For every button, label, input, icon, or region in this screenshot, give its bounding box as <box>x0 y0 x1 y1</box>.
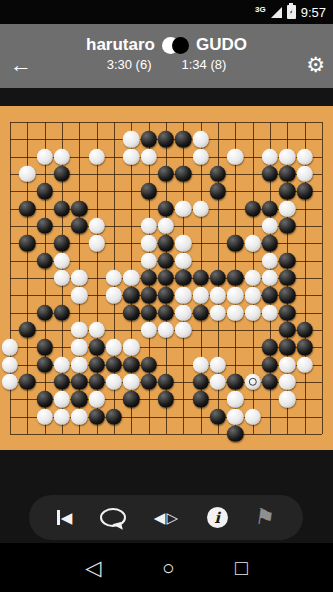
white-stone <box>54 252 70 268</box>
go-app-screen: 3G 9:57 ← harutaro GUDO 3:30 (6) 1:34 (8… <box>0 0 333 592</box>
white-stone <box>71 339 87 355</box>
nav-back-icon[interactable]: ◁ <box>85 557 101 578</box>
white-stone <box>175 252 191 268</box>
black-stone <box>140 287 156 303</box>
match-title: harutaro GUDO <box>0 35 333 55</box>
black-stone <box>36 339 52 355</box>
black-stone <box>279 287 295 303</box>
black-stone <box>262 200 278 216</box>
white-stone-last-move <box>244 374 260 390</box>
white-stone <box>88 235 104 251</box>
white-stone <box>123 374 139 390</box>
white-stone <box>175 304 191 320</box>
white-stone <box>71 322 87 338</box>
black-stone <box>158 200 174 216</box>
black-stone <box>210 408 226 424</box>
black-stone <box>123 304 139 320</box>
black-stone <box>54 166 70 182</box>
black-stone <box>19 200 35 216</box>
black-stone <box>279 322 295 338</box>
white-stone <box>279 391 295 407</box>
white-stone <box>123 148 139 164</box>
resign-flag-button[interactable]: ⚑ <box>255 503 275 533</box>
black-stone <box>296 339 312 355</box>
black-stone <box>36 252 52 268</box>
white-stone <box>296 166 312 182</box>
white-stone <box>54 391 70 407</box>
android-navbar: ◁ ○ □ <box>0 543 333 592</box>
black-stone <box>54 235 70 251</box>
grid-line-h <box>10 434 322 435</box>
toolbar-zone: ◀ ◀▷ i ⚑ <box>0 450 333 543</box>
black-stone <box>158 374 174 390</box>
white-stone <box>279 374 295 390</box>
skip-bar-icon <box>57 510 60 525</box>
stones-colors-icon <box>162 37 189 54</box>
white-stone <box>262 270 278 286</box>
black-stone <box>123 391 139 407</box>
black-stone <box>19 235 35 251</box>
black-stone <box>140 356 156 372</box>
status-bar: 3G 9:57 <box>0 0 333 24</box>
black-stone <box>140 131 156 147</box>
black-stone <box>279 218 295 234</box>
black-stone <box>210 166 226 182</box>
white-stone <box>88 218 104 234</box>
black-stone <box>36 304 52 320</box>
black-stone <box>158 391 174 407</box>
player-name-left: harutaro <box>86 35 155 55</box>
black-stone <box>123 356 139 372</box>
black-stone <box>262 356 278 372</box>
playback-toolbar: ◀ ◀▷ i ⚑ <box>29 495 303 540</box>
white-stone <box>71 287 87 303</box>
black-stone <box>140 270 156 286</box>
black-stone <box>296 322 312 338</box>
white-stone <box>2 374 18 390</box>
white-stone <box>88 391 104 407</box>
black-stone <box>227 270 243 286</box>
move-navigation-button[interactable]: ◀▷ <box>154 503 179 533</box>
white-stone <box>140 218 156 234</box>
white-stone <box>140 322 156 338</box>
black-stone <box>158 235 174 251</box>
chat-bubble-icon <box>100 508 126 527</box>
black-stone <box>36 356 52 372</box>
white-stone <box>210 304 226 320</box>
black-stone <box>158 304 174 320</box>
white-stone <box>192 131 208 147</box>
white-stone <box>2 356 18 372</box>
clock-left: 3:30 (6) <box>107 57 152 72</box>
black-stone <box>36 218 52 234</box>
white-stone <box>54 356 70 372</box>
black-stone <box>279 339 295 355</box>
black-stone <box>140 183 156 199</box>
white-stone <box>227 408 243 424</box>
white-stone <box>2 339 18 355</box>
black-stone <box>106 356 122 372</box>
black-stone <box>244 200 260 216</box>
white-stone <box>210 287 226 303</box>
app-header: ← harutaro GUDO 3:30 (6) 1:34 (8) ⚙ <box>0 24 333 88</box>
black-stone <box>140 374 156 390</box>
white-stone <box>210 374 226 390</box>
black-stone <box>19 374 35 390</box>
white-stone <box>262 304 278 320</box>
network-type-label: 3G <box>255 5 266 14</box>
white-stone <box>88 148 104 164</box>
black-stone <box>88 408 104 424</box>
white-stone <box>262 218 278 234</box>
white-stone <box>227 287 243 303</box>
black-stone <box>192 270 208 286</box>
black-stone <box>106 408 122 424</box>
white-stone <box>175 287 191 303</box>
clocks-row: 3:30 (6) 1:34 (8) <box>0 57 333 72</box>
grid-line-v <box>322 122 323 434</box>
white-stone <box>279 148 295 164</box>
white-stone <box>106 287 122 303</box>
white-stone <box>88 322 104 338</box>
chat-button[interactable] <box>100 503 126 533</box>
black-stone <box>19 322 35 338</box>
black-stone <box>158 252 174 268</box>
skip-to-start-button[interactable]: ◀ <box>57 503 73 533</box>
black-stone <box>36 391 52 407</box>
black-stone <box>279 166 295 182</box>
black-stone <box>227 374 243 390</box>
black-stone <box>71 374 87 390</box>
black-stone <box>54 304 70 320</box>
black-stone <box>175 166 191 182</box>
white-stone <box>192 356 208 372</box>
white-stone <box>123 339 139 355</box>
flag-icon: ⚑ <box>254 503 277 531</box>
white-stone <box>71 408 87 424</box>
white-stone <box>244 235 260 251</box>
white-stone <box>244 408 260 424</box>
black-stone <box>262 339 278 355</box>
white-stone <box>123 270 139 286</box>
black-stone <box>88 374 104 390</box>
nav-recents-icon[interactable]: □ <box>235 557 248 578</box>
black-stone <box>279 270 295 286</box>
white-stone <box>244 270 260 286</box>
white-stone <box>140 148 156 164</box>
info-icon: i <box>207 507 228 528</box>
black-stone <box>227 426 243 442</box>
black-stone <box>262 166 278 182</box>
white-stone <box>227 304 243 320</box>
black-stone <box>54 374 70 390</box>
white-stone <box>296 356 312 372</box>
white-stone <box>192 148 208 164</box>
white-stone <box>192 287 208 303</box>
charging-bolt-icon <box>289 8 293 16</box>
white-stone <box>106 374 122 390</box>
nav-home-icon[interactable]: ○ <box>162 557 175 578</box>
black-stone <box>158 131 174 147</box>
black-stone <box>279 304 295 320</box>
white-stone <box>123 131 139 147</box>
black-stone <box>262 287 278 303</box>
black-stone-icon <box>172 37 189 54</box>
white-stone <box>19 166 35 182</box>
black-stone <box>71 391 87 407</box>
skip-back-icon: ◀ <box>61 510 73 525</box>
player-name-right: GUDO <box>196 35 247 55</box>
black-stone <box>158 166 174 182</box>
black-stone <box>54 200 70 216</box>
settings-gear-icon[interactable]: ⚙ <box>306 54 325 75</box>
white-stone <box>54 270 70 286</box>
black-stone <box>36 183 52 199</box>
black-stone <box>175 270 191 286</box>
black-stone <box>262 374 278 390</box>
clock-right: 1:34 (8) <box>182 57 227 72</box>
next-move-icon: ▷ <box>166 509 179 527</box>
info-button[interactable]: i <box>207 503 228 533</box>
black-stone <box>71 200 87 216</box>
white-stone <box>210 356 226 372</box>
white-stone <box>175 200 191 216</box>
white-stone <box>71 270 87 286</box>
white-stone <box>36 148 52 164</box>
white-stone <box>175 235 191 251</box>
white-stone <box>296 148 312 164</box>
white-stone <box>227 391 243 407</box>
black-stone <box>227 235 243 251</box>
battery-charging-icon <box>287 5 296 19</box>
white-stone <box>279 200 295 216</box>
signal-strength-icon <box>271 7 282 18</box>
black-stone <box>88 339 104 355</box>
black-stone <box>262 235 278 251</box>
white-stone <box>158 218 174 234</box>
white-stone <box>262 252 278 268</box>
black-stone <box>210 270 226 286</box>
white-stone <box>262 148 278 164</box>
white-stone <box>140 252 156 268</box>
status-time: 9:57 <box>301 5 326 20</box>
white-stone <box>192 200 208 216</box>
black-stone <box>192 391 208 407</box>
black-stone <box>192 304 208 320</box>
black-stone <box>140 304 156 320</box>
white-stone <box>175 322 191 338</box>
go-board[interactable] <box>0 106 333 450</box>
white-stone <box>140 235 156 251</box>
black-stone <box>123 287 139 303</box>
white-stone <box>71 356 87 372</box>
white-stone <box>158 322 174 338</box>
black-stone <box>192 374 208 390</box>
prev-move-icon: ◀ <box>154 509 167 527</box>
black-stone <box>158 287 174 303</box>
black-stone <box>279 252 295 268</box>
white-stone <box>106 270 122 286</box>
white-stone <box>54 148 70 164</box>
black-stone <box>88 356 104 372</box>
black-stone <box>175 131 191 147</box>
black-stone <box>296 183 312 199</box>
white-stone <box>106 339 122 355</box>
white-stone <box>227 148 243 164</box>
white-stone <box>36 408 52 424</box>
black-stone <box>158 270 174 286</box>
black-stone <box>279 183 295 199</box>
black-stone <box>210 183 226 199</box>
white-stone <box>279 356 295 372</box>
white-stone <box>54 408 70 424</box>
white-stone <box>244 287 260 303</box>
white-stone <box>244 304 260 320</box>
black-stone <box>71 218 87 234</box>
